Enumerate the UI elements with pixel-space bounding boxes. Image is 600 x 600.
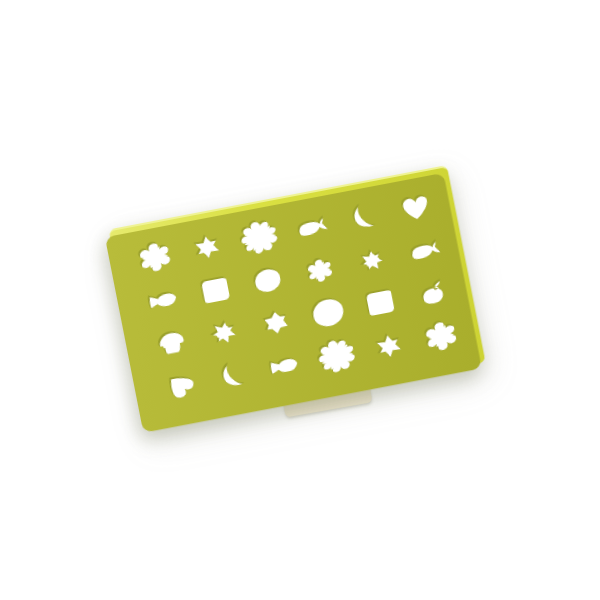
heart-rotated-cutout-icon xyxy=(153,361,205,409)
cutout-cell xyxy=(201,349,262,402)
crescent-moon-cutout-icon xyxy=(337,193,389,241)
flower-6-small-cutout-icon xyxy=(293,246,345,294)
mushroom-cutout-icon xyxy=(145,318,197,366)
whale-cutout-icon xyxy=(397,226,449,274)
rounded-square-cutout-icon xyxy=(354,279,406,327)
star-flower-7-cutout-icon xyxy=(345,236,397,284)
apple-cutout-icon xyxy=(406,269,458,317)
fish-cutout-icon xyxy=(137,275,189,323)
cutout-grid xyxy=(109,167,486,427)
cutout-cell xyxy=(306,329,367,382)
scallop-circle-cutout-icon xyxy=(232,213,284,261)
star-6-cutout-icon xyxy=(362,322,414,370)
star-7-cutout-icon xyxy=(197,308,249,356)
star-flower-6-cutout-icon xyxy=(249,299,301,347)
circle-large-cutout-icon xyxy=(301,289,353,337)
star-6-cutout-icon xyxy=(180,223,232,271)
whale-cutout-icon xyxy=(285,203,337,251)
scallop-circle-cutout-icon xyxy=(310,332,362,380)
cutout-cell xyxy=(253,339,314,392)
heart-cutout-icon xyxy=(389,183,441,231)
cookie-cutter-tray xyxy=(109,165,486,427)
cutout-cell xyxy=(149,359,210,412)
cutout-cell xyxy=(410,309,471,362)
crescent-moon-cutout-icon xyxy=(206,351,258,399)
fish-cutout-icon xyxy=(258,341,310,389)
flower-6-cutout-icon xyxy=(414,312,466,360)
flower-6-cutout-icon xyxy=(128,232,180,280)
cutout-cell xyxy=(358,319,419,372)
rounded-square-cutout-icon xyxy=(189,266,241,314)
circle-cutout-icon xyxy=(241,256,293,304)
photo-background xyxy=(0,0,600,600)
